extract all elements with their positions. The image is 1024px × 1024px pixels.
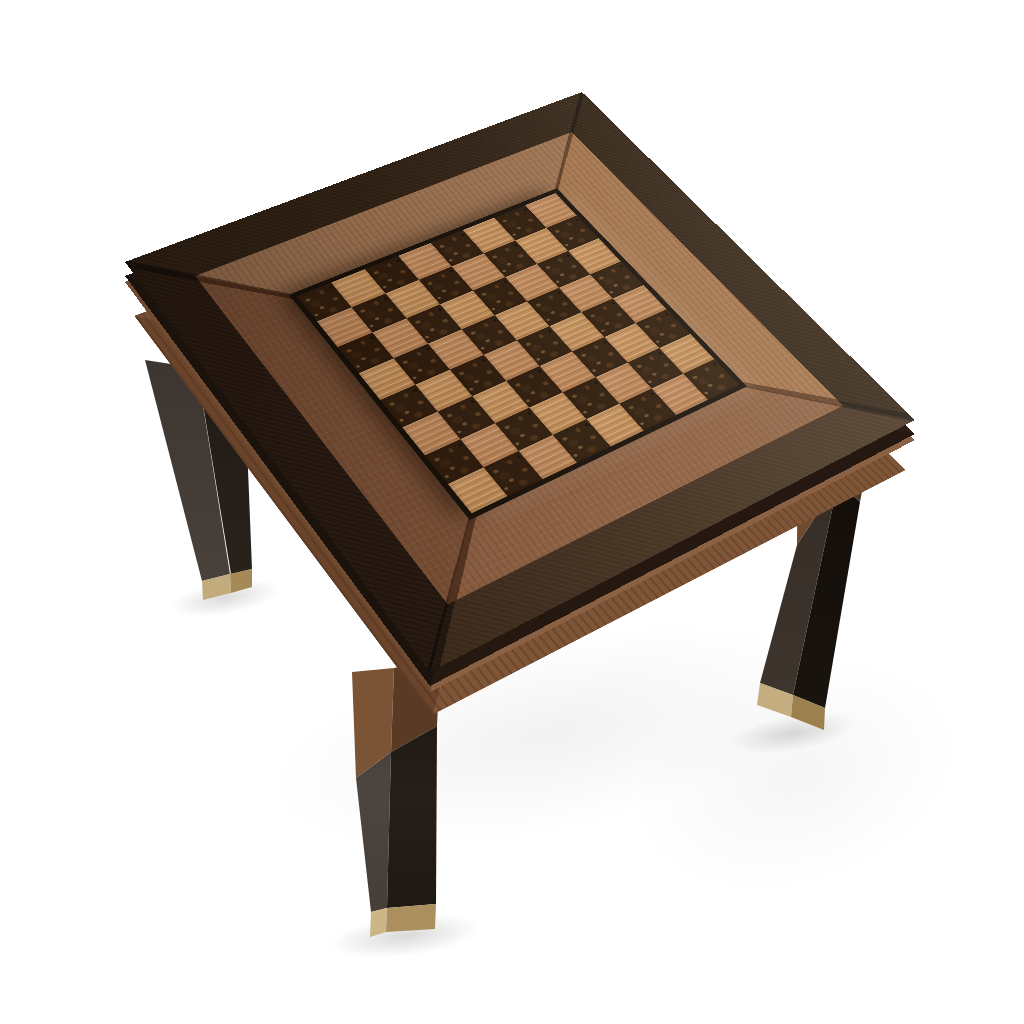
brass-foot: [370, 908, 387, 937]
brass-foot: [386, 904, 436, 932]
scene: [0, 0, 1024, 1024]
leg-ebonized-face: [387, 726, 437, 908]
leg-ebonized-face: [356, 752, 391, 912]
